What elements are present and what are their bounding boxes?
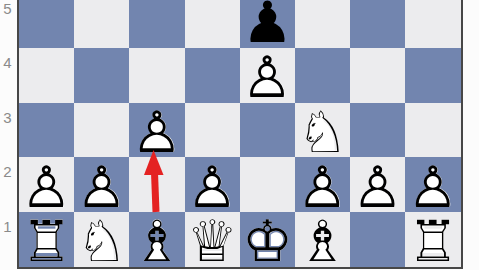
square-e3[interactable] bbox=[240, 103, 295, 158]
piece-white-knight[interactable]: ♞♘ bbox=[76, 219, 127, 265]
square-e5[interactable]: ♟ bbox=[240, 0, 295, 48]
square-b3[interactable] bbox=[74, 103, 129, 158]
square-f4[interactable] bbox=[295, 48, 350, 103]
piece-outline-layer: ♖ bbox=[407, 208, 458, 270]
piece-outline-layer: ♙ bbox=[242, 44, 293, 110]
square-c2[interactable] bbox=[129, 157, 184, 212]
piece-black-pawn[interactable]: ♟ bbox=[242, 0, 293, 46]
chess-board-panel: ♟♟♙♟♙♞♘♟♙♟♙♟♙♟♙♟♙♟♙♜♖♞♘♝♗♛♕♚♔♝♗♜♖ 54321 bbox=[0, 0, 479, 270]
square-h5[interactable] bbox=[405, 0, 460, 48]
piece-outline-layer: ♗ bbox=[131, 208, 182, 270]
square-b2[interactable]: ♟♙ bbox=[74, 157, 129, 212]
piece-white-king[interactable]: ♚♔ bbox=[242, 219, 293, 265]
piece-white-rook[interactable]: ♜♖ bbox=[21, 219, 72, 265]
square-b1[interactable]: ♞♘ bbox=[74, 212, 129, 267]
square-b4[interactable] bbox=[74, 48, 129, 103]
rank-label-2: 2 bbox=[0, 163, 15, 180]
piece-outline-layer: ♕ bbox=[187, 208, 238, 270]
square-c3[interactable]: ♟♙ bbox=[129, 103, 184, 158]
piece-outline-layer: ♖ bbox=[21, 208, 72, 270]
square-g2[interactable]: ♟♙ bbox=[350, 157, 405, 212]
square-d2[interactable]: ♟♙ bbox=[185, 157, 240, 212]
piece-white-rook[interactable]: ♜♖ bbox=[407, 219, 458, 265]
piece-white-pawn[interactable]: ♟♙ bbox=[297, 165, 348, 211]
piece-outline-layer: ♘ bbox=[76, 208, 127, 270]
rank-label-3: 3 bbox=[0, 109, 15, 126]
square-c4[interactable] bbox=[129, 48, 184, 103]
piece-white-pawn[interactable]: ♟♙ bbox=[21, 165, 72, 211]
square-d4[interactable] bbox=[185, 48, 240, 103]
square-h4[interactable] bbox=[405, 48, 460, 103]
rank-label-1: 1 bbox=[0, 218, 15, 235]
piece-white-pawn[interactable]: ♟♙ bbox=[187, 165, 238, 211]
square-a5[interactable] bbox=[19, 0, 74, 48]
square-g5[interactable] bbox=[350, 0, 405, 48]
square-h3[interactable] bbox=[405, 103, 460, 158]
piece-outline-layer: ♙ bbox=[131, 99, 182, 165]
rank-label-5: 5 bbox=[0, 0, 15, 17]
square-e1[interactable]: ♚♔ bbox=[240, 212, 295, 267]
square-a3[interactable] bbox=[19, 103, 74, 158]
square-g3[interactable] bbox=[350, 103, 405, 158]
square-e4[interactable]: ♟♙ bbox=[240, 48, 295, 103]
square-a4[interactable] bbox=[19, 48, 74, 103]
square-h2[interactable]: ♟♙ bbox=[405, 157, 460, 212]
square-f1[interactable]: ♝♗ bbox=[295, 212, 350, 267]
square-g4[interactable] bbox=[350, 48, 405, 103]
square-g1[interactable] bbox=[350, 212, 405, 267]
square-d3[interactable] bbox=[185, 103, 240, 158]
square-f3[interactable]: ♞♘ bbox=[295, 103, 350, 158]
piece-white-pawn[interactable]: ♟♙ bbox=[242, 55, 293, 101]
piece-white-knight[interactable]: ♞♘ bbox=[297, 110, 348, 156]
piece-white-bishop[interactable]: ♝♗ bbox=[297, 219, 348, 265]
square-h1[interactable]: ♜♖ bbox=[405, 212, 460, 267]
piece-white-pawn[interactable]: ♟♙ bbox=[131, 110, 182, 156]
piece-outline-layer: ♙ bbox=[352, 154, 403, 220]
piece-white-pawn[interactable]: ♟♙ bbox=[352, 165, 403, 211]
piece-white-pawn[interactable]: ♟♙ bbox=[407, 165, 458, 211]
piece-outline-layer: ♔ bbox=[242, 208, 293, 270]
square-c5[interactable] bbox=[129, 0, 184, 48]
square-a1[interactable]: ♜♖ bbox=[19, 212, 74, 267]
square-f5[interactable] bbox=[295, 0, 350, 48]
piece-white-bishop[interactable]: ♝♗ bbox=[131, 219, 182, 265]
square-e2[interactable] bbox=[240, 157, 295, 212]
square-a2[interactable]: ♟♙ bbox=[19, 157, 74, 212]
piece-outline-layer: ♗ bbox=[297, 208, 348, 270]
chess-board: ♟♟♙♟♙♞♘♟♙♟♙♟♙♟♙♟♙♟♙♜♖♞♘♝♗♛♕♚♔♝♗♜♖ bbox=[17, 0, 463, 269]
square-d5[interactable] bbox=[185, 0, 240, 48]
piece-white-pawn[interactable]: ♟♙ bbox=[76, 165, 127, 211]
rank-label-4: 4 bbox=[0, 54, 15, 71]
square-f2[interactable]: ♟♙ bbox=[295, 157, 350, 212]
square-c1[interactable]: ♝♗ bbox=[129, 212, 184, 267]
piece-white-queen[interactable]: ♛♕ bbox=[187, 219, 238, 265]
square-b5[interactable] bbox=[74, 0, 129, 48]
square-d1[interactable]: ♛♕ bbox=[185, 212, 240, 267]
